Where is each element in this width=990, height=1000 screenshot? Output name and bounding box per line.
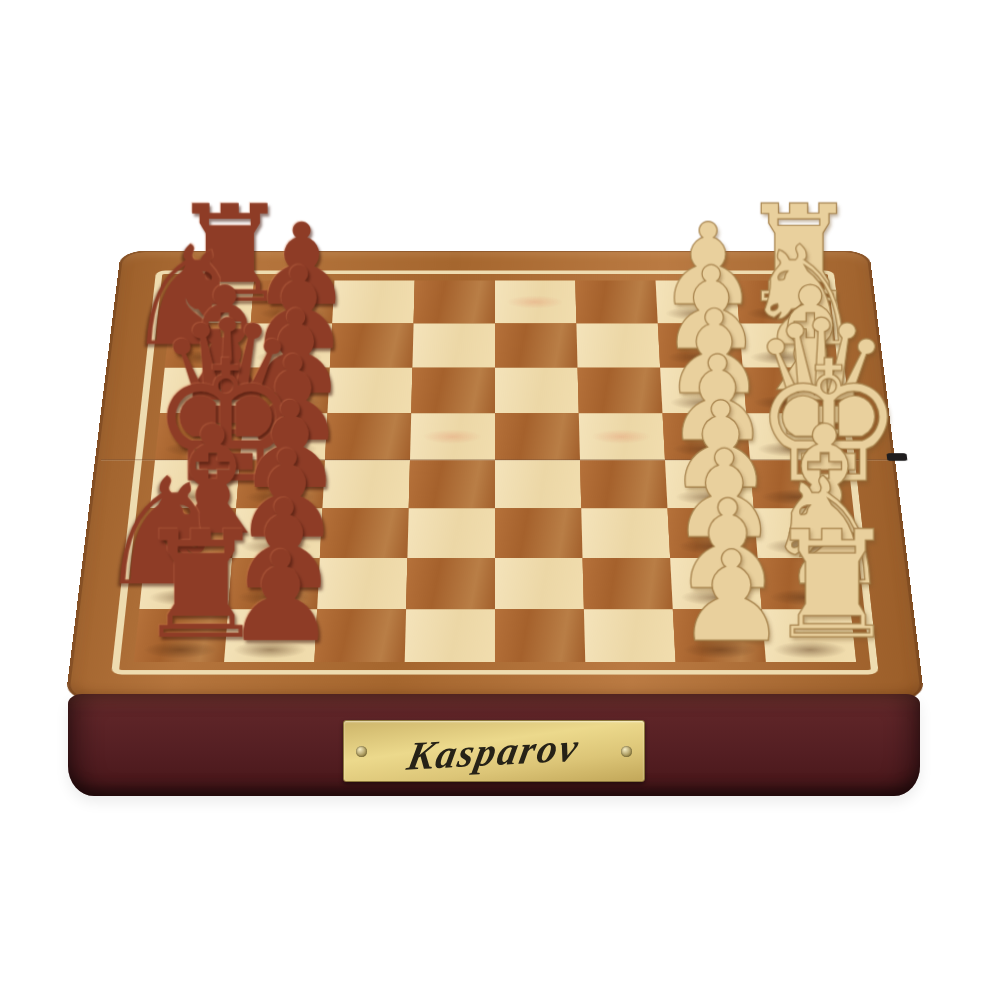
- dark-pawn-glyph: ♟: [225, 537, 315, 656]
- piece-light-pawn[interactable]: ♟: [673, 609, 766, 662]
- square[interactable]: [575, 280, 658, 323]
- light-pawn-glyph: ♟: [675, 537, 765, 656]
- square[interactable]: [495, 323, 578, 367]
- square[interactable]: [414, 280, 495, 323]
- square[interactable]: [584, 609, 676, 662]
- piece-dark-rook[interactable]: ♜: [134, 609, 228, 662]
- chess-board: ♜♟♟♜♞♟♟♞♝♟♟♝♛♟♟♛♚♟♟♚♝♟♟♝♞♟♟♞♜♟♟♜: [65, 251, 924, 700]
- square[interactable]: [495, 413, 580, 460]
- dark-rook-glyph: ♜: [134, 515, 224, 656]
- piece-dark-pawn[interactable]: ♟: [224, 609, 317, 662]
- square[interactable]: [412, 323, 495, 367]
- square[interactable]: [405, 609, 495, 662]
- brand-signature: Kasparov: [404, 723, 585, 780]
- square[interactable]: [576, 323, 660, 367]
- screw-icon: [356, 746, 367, 757]
- wood-smudge: [506, 295, 563, 308]
- screw-icon: [621, 746, 632, 757]
- box-base: Kasparov: [68, 694, 920, 796]
- brand-plate: Kasparov: [343, 720, 645, 782]
- square[interactable]: [495, 609, 585, 662]
- photo-scene: ♜♟♟♜♞♟♟♞♝♟♟♝♛♟♟♛♚♟♟♚♝♟♟♝♞♟♟♞♜♟♟♜ Kasparo…: [0, 0, 990, 1000]
